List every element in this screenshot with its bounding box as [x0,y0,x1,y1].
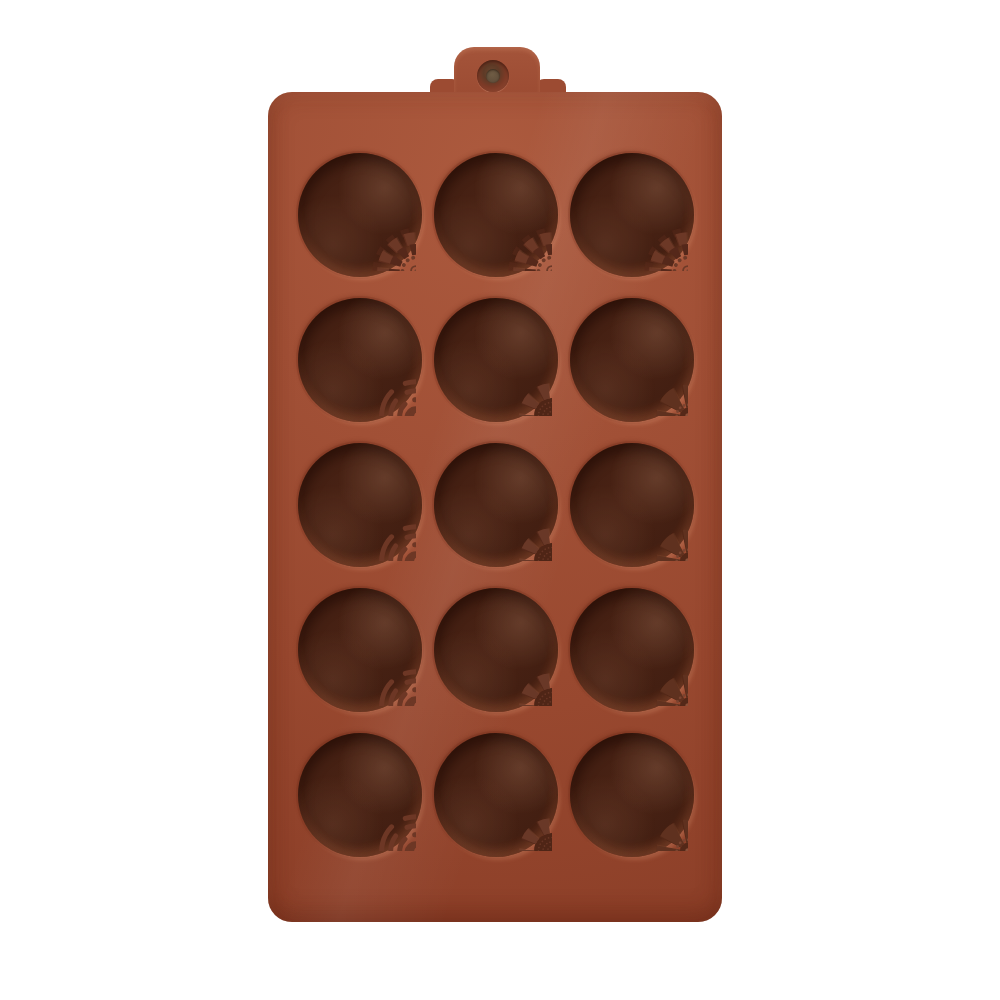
cavity-daisy [570,298,694,422]
cavity-rose [298,733,422,857]
cavity-daisy [570,588,694,712]
cavity-chrysanthemum [570,153,694,277]
daisy-pattern-icon [576,304,688,416]
sunflower-pattern-icon [440,739,552,851]
daisy-pattern-icon [576,739,688,851]
cavity-sunflower [434,443,558,567]
sunflower-pattern-icon [440,594,552,706]
photo-canvas [0,0,1000,1000]
chrysanthemum-pattern-icon [440,159,552,271]
hanging-hole-ring [477,60,509,92]
sunflower-pattern-icon [440,449,552,561]
rose-pattern-icon [304,739,416,851]
hanging-hole [486,69,500,83]
chrysanthemum-pattern-icon [576,159,688,271]
cavity-sunflower [434,588,558,712]
cavity-sunflower [434,733,558,857]
cavity-daisy [570,733,694,857]
cavity-grid [298,153,694,857]
cavity-sunflower [434,298,558,422]
cavity-rose [298,443,422,567]
daisy-pattern-icon [576,594,688,706]
chrysanthemum-pattern-icon [304,159,416,271]
cavity-rose [298,588,422,712]
silicone-mold-body [268,92,722,922]
rose-pattern-icon [304,449,416,561]
rose-pattern-icon [304,304,416,416]
cavity-chrysanthemum [298,153,422,277]
cavity-daisy [570,443,694,567]
daisy-pattern-icon [576,449,688,561]
cavity-chrysanthemum [434,153,558,277]
sunflower-pattern-icon [440,304,552,416]
cavity-rose [298,298,422,422]
rose-pattern-icon [304,594,416,706]
